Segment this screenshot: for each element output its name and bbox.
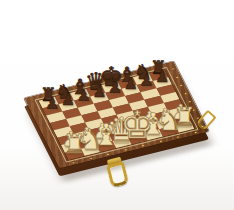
brass-pin-icon (184, 93, 187, 95)
brass-pin-icon (188, 101, 191, 103)
brass-pin-icon (180, 84, 183, 86)
brass-pin-icon (194, 132, 197, 134)
brass-pin-icon (107, 153, 110, 155)
brass-pin-icon (159, 140, 162, 142)
brass-pin-icon (176, 76, 179, 78)
brass-pin-icon (172, 68, 175, 70)
brass-pin-icon (124, 149, 127, 151)
brass-pin-icon (89, 158, 92, 160)
brass-pin-icon (192, 109, 195, 111)
chess-set-photo: ♜♞♝♛♚♝♞♜♟♟♟♟♟♟♟♟♟♟♟♟♟♟♟♟♜♞♝♛♚♝♞♜ (0, 0, 234, 210)
brass-pin-icon (142, 145, 145, 147)
brass-pin-icon (72, 162, 75, 164)
brass-pin-icon (176, 136, 179, 138)
